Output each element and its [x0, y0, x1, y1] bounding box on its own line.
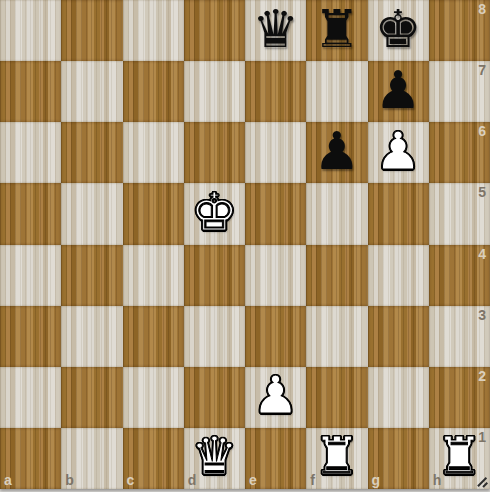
square-f2[interactable]: [306, 367, 367, 428]
coord-rank-5: 5: [478, 184, 486, 200]
square-d7[interactable]: [184, 61, 245, 122]
square-g4[interactable]: [368, 245, 429, 306]
chess-board: ♛♜♚8♟7♟♟6♚543♟2abc♛de♜fg♜h1: [0, 0, 490, 489]
square-a3[interactable]: [0, 306, 61, 367]
square-b2[interactable]: [61, 367, 122, 428]
square-c3[interactable]: [123, 306, 184, 367]
white-rook[interactable]: ♜: [314, 430, 361, 482]
square-e5[interactable]: [245, 183, 306, 244]
square-d1[interactable]: ♛d: [184, 428, 245, 489]
square-a4[interactable]: [0, 245, 61, 306]
square-f7[interactable]: [306, 61, 367, 122]
square-b7[interactable]: [61, 61, 122, 122]
square-b5[interactable]: [61, 183, 122, 244]
square-d2[interactable]: [184, 367, 245, 428]
square-e8[interactable]: ♛: [245, 0, 306, 61]
board-resize-handle[interactable]: [475, 474, 489, 488]
square-f8[interactable]: ♜: [306, 0, 367, 61]
square-h6[interactable]: 6: [429, 122, 490, 183]
square-g8[interactable]: ♚: [368, 0, 429, 61]
square-e1[interactable]: e: [245, 428, 306, 489]
coord-rank-3: 3: [478, 307, 486, 323]
coord-file-e: e: [249, 472, 257, 488]
square-g5[interactable]: [368, 183, 429, 244]
square-e6[interactable]: [245, 122, 306, 183]
square-g7[interactable]: ♟: [368, 61, 429, 122]
square-c2[interactable]: [123, 367, 184, 428]
coord-rank-4: 4: [478, 246, 486, 262]
square-a8[interactable]: [0, 0, 61, 61]
coord-file-b: b: [65, 472, 74, 488]
square-h8[interactable]: 8: [429, 0, 490, 61]
square-c6[interactable]: [123, 122, 184, 183]
black-pawn[interactable]: ♟: [314, 125, 361, 177]
square-c7[interactable]: [123, 61, 184, 122]
coord-rank-2: 2: [478, 368, 486, 384]
square-a7[interactable]: [0, 61, 61, 122]
square-d5[interactable]: ♚: [184, 183, 245, 244]
square-f5[interactable]: [306, 183, 367, 244]
square-f3[interactable]: [306, 306, 367, 367]
black-rook[interactable]: ♜: [314, 3, 361, 55]
square-c4[interactable]: [123, 245, 184, 306]
coord-rank-6: 6: [478, 123, 486, 139]
square-h3[interactable]: 3: [429, 306, 490, 367]
square-d6[interactable]: [184, 122, 245, 183]
square-a1[interactable]: a: [0, 428, 61, 489]
square-d4[interactable]: [184, 245, 245, 306]
square-h4[interactable]: 4: [429, 245, 490, 306]
square-e7[interactable]: [245, 61, 306, 122]
square-a2[interactable]: [0, 367, 61, 428]
square-e4[interactable]: [245, 245, 306, 306]
square-g6[interactable]: ♟: [368, 122, 429, 183]
square-c1[interactable]: c: [123, 428, 184, 489]
square-c5[interactable]: [123, 183, 184, 244]
square-b1[interactable]: b: [61, 428, 122, 489]
black-king[interactable]: ♚: [375, 3, 422, 55]
square-g1[interactable]: g: [368, 428, 429, 489]
square-f1[interactable]: ♜f: [306, 428, 367, 489]
square-a5[interactable]: [0, 183, 61, 244]
square-a6[interactable]: [0, 122, 61, 183]
square-e2[interactable]: ♟: [245, 367, 306, 428]
square-h7[interactable]: 7: [429, 61, 490, 122]
white-king[interactable]: ♚: [191, 186, 238, 238]
square-h1[interactable]: ♜h1: [429, 428, 490, 489]
square-h5[interactable]: 5: [429, 183, 490, 244]
square-b3[interactable]: [61, 306, 122, 367]
square-d8[interactable]: [184, 0, 245, 61]
white-pawn[interactable]: ♟: [375, 125, 422, 177]
square-b4[interactable]: [61, 245, 122, 306]
coord-file-g: g: [372, 472, 381, 488]
black-pawn[interactable]: ♟: [375, 64, 422, 116]
square-e3[interactable]: [245, 306, 306, 367]
white-pawn[interactable]: ♟: [252, 369, 299, 421]
square-g2[interactable]: [368, 367, 429, 428]
square-g3[interactable]: [368, 306, 429, 367]
coord-file-c: c: [127, 472, 135, 488]
white-queen[interactable]: ♛: [191, 430, 238, 482]
square-f4[interactable]: [306, 245, 367, 306]
square-b6[interactable]: [61, 122, 122, 183]
coord-rank-7: 7: [478, 62, 486, 78]
square-b8[interactable]: [61, 0, 122, 61]
coord-file-a: a: [4, 472, 12, 488]
black-queen[interactable]: ♛: [252, 3, 299, 55]
square-c8[interactable]: [123, 0, 184, 61]
square-f6[interactable]: ♟: [306, 122, 367, 183]
square-d3[interactable]: [184, 306, 245, 367]
square-h2[interactable]: 2: [429, 367, 490, 428]
coord-rank-8: 8: [478, 1, 486, 17]
